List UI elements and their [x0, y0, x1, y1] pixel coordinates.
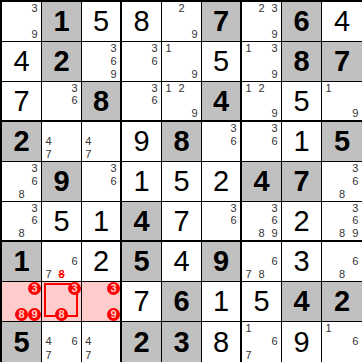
candidate-grid: 369 [82, 42, 120, 81]
candidate-grid: 167 [242, 322, 281, 362]
cell-r7c6[interactable]: 9 [202, 242, 242, 282]
given-digit: 5 [13, 328, 29, 357]
candidate-6: 6 [349, 335, 362, 348]
candidate-grid: 19 [322, 82, 362, 120]
solved-digit: 7 [173, 207, 189, 236]
candidate-grid: 129 [162, 82, 201, 120]
candidate-grid: 29 [162, 2, 201, 41]
cell-r9c9[interactable]: 16 [322, 322, 362, 362]
candidate-3: 3 [268, 202, 281, 215]
cell-r6c5[interactable]: 7 [162, 202, 202, 242]
candidate-grid: 36 [82, 162, 120, 201]
cell-r5c8[interactable]: 7 [282, 162, 322, 202]
solved-digit: 1 [133, 167, 149, 196]
cell-r7c2[interactable]: 678 [42, 242, 82, 282]
candidate-9: 9 [268, 107, 281, 120]
candidate-grid: 368 [2, 162, 41, 201]
candidate-6: 6 [148, 55, 161, 68]
cell-r2c1[interactable]: 4 [2, 42, 42, 82]
candidate-grid: 47 [82, 322, 120, 362]
candidate-grid: 16 [322, 322, 362, 362]
candidate-grid: 36 [122, 82, 161, 120]
candidate-6: 6 [227, 135, 240, 148]
candidate-3: 3 [349, 162, 362, 175]
cell-r6c7[interactable]: 3689 [242, 202, 282, 242]
candidate-2: 2 [175, 2, 188, 15]
cell-r2c9[interactable]: 7 [322, 42, 362, 82]
given-digit: 8 [293, 47, 309, 76]
given-digit: 1 [13, 247, 29, 276]
cell-r2c5[interactable]: 19 [162, 42, 202, 82]
candidate-3: 3 [268, 42, 281, 55]
cell-r1c1[interactable]: 39 [2, 2, 42, 42]
candidate-9: 9 [107, 68, 120, 81]
candidate-6: 6 [268, 255, 281, 268]
cell-r1c2[interactable]: 1 [42, 2, 82, 42]
solved-digit: 2 [293, 207, 309, 236]
solved-digit: 2 [93, 247, 109, 276]
cell-r8c6[interactable]: 1 [202, 282, 242, 322]
cell-r4c9[interactable]: 5 [322, 122, 362, 162]
given-digit: 8 [93, 87, 109, 116]
given-digit: 4 [293, 287, 309, 316]
candidate-8: 8 [15, 308, 28, 321]
candidate-2: 2 [175, 82, 188, 95]
cell-r6c2[interactable]: 5 [42, 202, 82, 242]
cell-r8c4[interactable]: 7 [122, 282, 162, 322]
candidate-grid: 36 [202, 122, 240, 161]
solved-digit: 1 [293, 127, 309, 156]
cell-r8c8[interactable]: 4 [282, 282, 322, 322]
solved-digit: 7 [13, 87, 29, 116]
cell-r5c5[interactable]: 5 [162, 162, 202, 202]
candidate-6: 6 [349, 175, 362, 188]
cell-r2c8[interactable]: 8 [282, 42, 322, 82]
given-digit: 7 [334, 47, 350, 76]
cell-r3c6[interactable]: 4 [202, 82, 242, 122]
given-digit: 4 [213, 87, 229, 116]
candidate-9: 9 [268, 28, 281, 41]
candidate-6: 6 [268, 335, 281, 348]
candidate-8: 8 [255, 268, 268, 281]
candidate-9: 9 [268, 68, 281, 81]
candidate-1: 1 [162, 82, 175, 95]
cell-r3c3[interactable]: 8 [82, 82, 122, 122]
candidate-grid: 19 [162, 42, 201, 81]
solved-digit: 4 [173, 247, 189, 276]
cell-r1c7[interactable]: 239 [242, 2, 282, 42]
cell-r3c2[interactable]: 36 [42, 82, 82, 122]
solved-digit: 3 [293, 247, 309, 276]
cell-r7c5[interactable]: 4 [162, 242, 202, 282]
candidate-3: 3 [107, 162, 120, 175]
candidate-6: 6 [68, 255, 81, 268]
cell-r8c5[interactable]: 6 [162, 282, 202, 322]
given-digit: 8 [173, 127, 189, 156]
cell-r1c4[interactable]: 8 [122, 2, 162, 42]
given-digit: 5 [133, 247, 149, 276]
candidate-1: 1 [242, 322, 255, 335]
cell-r8c2[interactable]: 38 [42, 282, 82, 322]
solved-digit: 9 [133, 127, 149, 156]
cell-r4c3[interactable]: 47 [82, 122, 122, 162]
candidate-3: 3 [148, 42, 161, 55]
candidate-1: 1 [162, 42, 175, 55]
cell-r6c3[interactable]: 1 [82, 202, 122, 242]
cell-r2c6[interactable]: 5 [202, 42, 242, 82]
solved-digit: 1 [213, 287, 229, 316]
candidate-7: 7 [82, 148, 95, 161]
cell-r3c7[interactable]: 129 [242, 82, 282, 122]
candidate-grid: 68 [322, 242, 362, 281]
candidate-1: 1 [322, 322, 335, 335]
candidate-grid: 38 [42, 282, 81, 321]
candidate-3: 3 [268, 2, 281, 15]
candidate-2: 2 [255, 82, 268, 95]
candidate-9: 9 [28, 28, 41, 41]
cell-r5c2[interactable]: 9 [42, 162, 82, 202]
candidate-1: 1 [242, 42, 255, 55]
candidate-3: 3 [349, 202, 362, 215]
cell-r7c9[interactable]: 68 [322, 242, 362, 282]
cell-r7c1[interactable]: 1 [2, 242, 42, 282]
candidate-9: 9 [107, 308, 120, 321]
cell-r5c3[interactable]: 36 [82, 162, 122, 202]
cell-r9c2[interactable]: 467 [42, 322, 82, 362]
candidate-7: 7 [242, 268, 255, 281]
candidate-6: 6 [227, 215, 240, 228]
cell-r2c4[interactable]: 36 [122, 42, 162, 82]
given-digit: 7 [293, 167, 309, 196]
candidate-8: 8 [335, 268, 348, 281]
cell-r5c1[interactable]: 368 [2, 162, 42, 202]
candidate-6: 6 [68, 335, 81, 348]
cell-r5c4[interactable]: 1 [122, 162, 162, 202]
candidate-6: 6 [268, 135, 281, 148]
candidate-1: 1 [242, 82, 255, 95]
cell-r4c7[interactable]: 36 [242, 122, 282, 162]
candidate-4: 4 [42, 135, 55, 148]
solved-digit: 1 [93, 207, 109, 236]
cell-r1c3[interactable]: 5 [82, 2, 122, 42]
solved-digit: 2 [213, 167, 229, 196]
cell-r6c1[interactable]: 368 [2, 202, 42, 242]
given-digit: 9 [213, 247, 229, 276]
solved-digit: 5 [53, 207, 69, 236]
candidate-3: 3 [68, 82, 81, 95]
cell-r9c6[interactable]: 8 [202, 322, 242, 362]
candidate-grid: 678 [42, 242, 81, 281]
given-digit: 2 [53, 47, 69, 76]
candidate-3: 3 [28, 2, 41, 15]
given-digit: 6 [293, 7, 309, 36]
given-digit: 7 [213, 7, 229, 36]
cell-r4c2[interactable]: 47 [42, 122, 82, 162]
given-digit: 2 [13, 127, 29, 156]
candidate-3: 3 [268, 122, 281, 135]
given-digit: 2 [334, 287, 350, 316]
given-digit: 1 [53, 7, 69, 36]
candidate-grid: 36 [242, 122, 281, 161]
candidate-3: 3 [28, 162, 41, 175]
candidate-3: 3 [107, 42, 120, 55]
candidate-grid: 39 [82, 282, 120, 321]
candidate-grid: 36 [122, 42, 161, 81]
solved-digit: 4 [334, 7, 350, 36]
candidate-8: 8 [55, 308, 68, 321]
cell-r3c9[interactable]: 19 [322, 82, 362, 122]
candidate-1: 1 [322, 82, 335, 95]
candidate-8: 8 [55, 268, 68, 281]
cell-r6c4[interactable]: 4 [122, 202, 162, 242]
cell-r9c5[interactable]: 3 [162, 322, 202, 362]
candidate-7: 7 [42, 148, 55, 161]
candidate-9: 9 [268, 227, 281, 240]
given-digit: 9 [53, 167, 69, 196]
given-digit: 5 [334, 127, 350, 156]
cell-r4c4[interactable]: 9 [122, 122, 162, 162]
candidate-8: 8 [335, 227, 348, 240]
candidate-3: 3 [68, 282, 81, 295]
cell-r7c7[interactable]: 678 [242, 242, 282, 282]
cell-r1c6[interactable]: 7 [202, 2, 242, 42]
candidate-4: 4 [82, 135, 95, 148]
candidate-4: 4 [42, 335, 55, 348]
candidate-6: 6 [148, 95, 161, 108]
candidate-9: 9 [188, 28, 201, 41]
candidate-grid: 3689 [242, 202, 281, 240]
candidate-7: 7 [42, 268, 55, 281]
cell-r1c5[interactable]: 29 [162, 2, 202, 42]
candidate-9: 9 [28, 308, 41, 321]
solved-digit: 5 [213, 47, 229, 76]
given-digit: 4 [133, 207, 149, 236]
cell-r5c6[interactable]: 2 [202, 162, 242, 202]
candidate-6: 6 [107, 175, 120, 188]
candidate-grid: 3689 [322, 202, 362, 240]
candidate-8: 8 [15, 227, 28, 240]
solved-digit: 8 [133, 7, 149, 36]
candidate-6: 6 [268, 215, 281, 228]
cell-r6c9[interactable]: 3689 [322, 202, 362, 242]
candidate-7: 7 [42, 349, 55, 362]
candidate-6: 6 [107, 55, 120, 68]
candidate-grid: 239 [242, 2, 281, 41]
cell-r9c3[interactable]: 47 [82, 322, 122, 362]
candidate-6: 6 [28, 175, 41, 188]
cell-r4c8[interactable]: 1 [282, 122, 322, 162]
cell-r4c1[interactable]: 2 [2, 122, 42, 162]
solved-digit: 5 [173, 167, 189, 196]
cell-r8c7[interactable]: 5 [242, 282, 282, 322]
cell-r3c5[interactable]: 129 [162, 82, 202, 122]
candidate-8: 8 [335, 188, 348, 201]
cell-r3c1[interactable]: 7 [2, 82, 42, 122]
candidate-3: 3 [227, 122, 240, 135]
candidate-3: 3 [148, 82, 161, 95]
cell-r4c6[interactable]: 36 [202, 122, 242, 162]
candidate-9: 9 [349, 107, 362, 120]
given-digit: 4 [253, 167, 269, 196]
candidate-2: 2 [255, 2, 268, 15]
cell-r6c8[interactable]: 2 [282, 202, 322, 242]
candidate-8: 8 [15, 188, 28, 201]
cell-r5c9[interactable]: 368 [322, 162, 362, 202]
cell-r7c3[interactable]: 2 [82, 242, 122, 282]
solved-digit: 4 [13, 47, 29, 76]
cell-r8c3[interactable]: 39 [82, 282, 122, 322]
candidate-6: 6 [349, 215, 362, 228]
candidate-6: 6 [28, 215, 41, 228]
candidate-4: 4 [82, 335, 95, 348]
cell-r5c7[interactable]: 4 [242, 162, 282, 202]
cell-r8c9[interactable]: 2 [322, 282, 362, 322]
cell-r2c3[interactable]: 369 [82, 42, 122, 82]
candidate-6: 6 [349, 255, 362, 268]
candidate-grid: 36 [42, 82, 81, 120]
cell-r1c8[interactable]: 6 [282, 2, 322, 42]
candidate-3: 3 [28, 282, 41, 295]
cell-r7c4[interactable]: 5 [122, 242, 162, 282]
cell-r9c8[interactable]: 9 [282, 322, 322, 362]
solved-digit: 9 [293, 328, 309, 357]
cell-r3c4[interactable]: 36 [122, 82, 162, 122]
candidate-7: 7 [82, 349, 95, 362]
candidate-grid: 39 [2, 2, 41, 41]
candidate-grid: 678 [242, 242, 281, 281]
cell-r9c4[interactable]: 2 [122, 322, 162, 362]
sudoku-board: 3915829723964423693619513987736836129412… [0, 0, 362, 362]
candidate-grid: 47 [42, 122, 81, 161]
cell-r9c1[interactable]: 5 [2, 322, 42, 362]
given-digit: 2 [133, 328, 149, 357]
candidate-grid: 368 [2, 202, 41, 240]
cell-r2c2[interactable]: 2 [42, 42, 82, 82]
candidate-7: 7 [242, 349, 255, 362]
cell-r8c1[interactable]: 389 [2, 282, 42, 322]
candidate-3: 3 [28, 202, 41, 215]
cell-r6c6[interactable]: 36 [202, 202, 242, 242]
candidate-9: 9 [188, 68, 201, 81]
solved-digit: 5 [253, 287, 269, 316]
candidate-grid: 129 [242, 82, 281, 120]
cell-r2c7[interactable]: 139 [242, 42, 282, 82]
candidate-grid: 389 [2, 282, 41, 321]
candidate-grid: 467 [42, 322, 81, 362]
cell-r7c8[interactable]: 3 [282, 242, 322, 282]
given-digit: 3 [173, 328, 189, 357]
candidate-9: 9 [188, 107, 201, 120]
candidate-grid: 368 [322, 162, 362, 201]
solved-digit: 5 [93, 7, 109, 36]
candidate-grid: 47 [82, 122, 120, 161]
cell-r4c5[interactable]: 8 [162, 122, 202, 162]
candidate-3: 3 [107, 282, 120, 295]
cell-r1c9[interactable]: 4 [322, 2, 362, 42]
candidate-3: 3 [227, 202, 240, 215]
candidate-grid: 36 [202, 202, 240, 240]
candidate-9: 9 [349, 227, 362, 240]
solved-digit: 5 [293, 87, 309, 116]
cell-r9c7[interactable]: 167 [242, 322, 282, 362]
solved-digit: 8 [213, 328, 229, 357]
candidate-grid: 139 [242, 42, 281, 81]
candidate-8: 8 [255, 227, 268, 240]
solved-digit: 7 [133, 287, 149, 316]
cell-r3c8[interactable]: 5 [282, 82, 322, 122]
given-digit: 6 [173, 287, 189, 316]
candidate-6: 6 [68, 95, 81, 108]
